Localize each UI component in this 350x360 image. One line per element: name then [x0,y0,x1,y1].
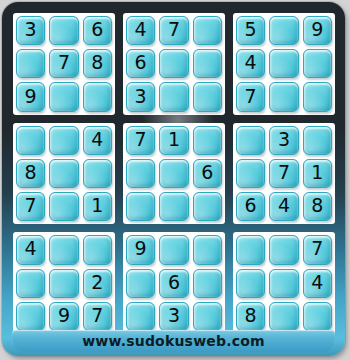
given-digit: 4 [91,130,103,151]
given-digit: 5 [245,20,257,41]
cell-r4c4[interactable]: 7 [126,126,155,155]
cell-r2c5[interactable] [159,49,188,78]
given-digit: 3 [168,306,180,327]
given-digit: 7 [168,20,180,41]
cell-r5c6[interactable]: 6 [193,159,222,188]
box-7: 4297 [13,232,115,334]
cell-r8c1[interactable] [16,269,45,298]
cell-r5c2[interactable] [49,159,78,188]
given-digit: 9 [58,306,70,327]
cell-r5c3[interactable] [83,159,112,188]
cell-r4c7[interactable] [236,126,265,155]
given-digit: 9 [311,20,323,41]
cell-r6c1[interactable]: 7 [16,192,45,221]
cell-r9c7[interactable]: 8 [236,302,265,331]
cell-r1c7[interactable]: 5 [236,16,265,45]
cell-r2c8[interactable] [269,49,298,78]
cell-r2c6[interactable] [193,49,222,78]
given-digit: 3 [25,20,37,41]
given-digit: 4 [278,196,290,217]
given-digit: 6 [135,53,147,74]
cell-r8c8[interactable] [269,269,298,298]
cell-r6c3[interactable]: 1 [83,192,112,221]
cell-r3c8[interactable] [269,82,298,111]
cell-r6c9[interactable]: 8 [303,192,332,221]
cell-r3c7[interactable]: 7 [236,82,265,111]
given-digit: 4 [311,273,323,294]
cell-r9c6[interactable] [193,302,222,331]
cell-r1c8[interactable] [269,16,298,45]
cell-r9c5[interactable]: 3 [159,302,188,331]
given-digit: 6 [201,163,213,184]
cell-r1c9[interactable]: 9 [303,16,332,45]
cell-r8c4[interactable] [126,269,155,298]
given-digit: 8 [311,196,323,217]
cell-r6c4[interactable] [126,192,155,221]
cell-r4c2[interactable] [49,126,78,155]
cell-r2c7[interactable]: 4 [236,49,265,78]
given-digit: 4 [245,53,257,74]
cell-r4c3[interactable]: 4 [83,126,112,155]
cell-r9c1[interactable] [16,302,45,331]
cell-r7c2[interactable] [49,235,78,264]
box-3: 5947 [233,13,335,115]
given-digit: 1 [91,196,103,217]
cell-r7c1[interactable]: 4 [16,235,45,264]
cell-r9c3[interactable]: 7 [83,302,112,331]
given-digit: 9 [135,239,147,260]
cell-r4c5[interactable]: 1 [159,126,188,155]
cell-r2c4[interactable]: 6 [126,49,155,78]
cell-r4c6[interactable] [193,126,222,155]
sudoku-board: 367894763594748717163716484297963748 www… [2,2,345,356]
given-digit: 9 [25,87,37,108]
sudoku-grid: 367894763594748717163716484297963748 [13,13,335,334]
given-digit: 8 [91,53,103,74]
box-5: 716 [123,123,225,225]
given-digit: 7 [311,239,323,260]
cell-r1c3[interactable]: 6 [83,16,112,45]
given-digit: 3 [135,87,147,108]
website-url: www.sudokusweb.com [82,333,265,349]
box-1: 36789 [13,13,115,115]
cell-r6c8[interactable]: 4 [269,192,298,221]
cell-r3c4[interactable]: 3 [126,82,155,111]
cell-r3c1[interactable]: 9 [16,82,45,111]
box-6: 371648 [233,123,335,225]
cell-r6c6[interactable] [193,192,222,221]
given-digit: 7 [245,87,257,108]
cell-r4c8[interactable]: 3 [269,126,298,155]
cell-r8c6[interactable] [193,269,222,298]
cell-r1c6[interactable] [193,16,222,45]
cell-r1c4[interactable]: 4 [126,16,155,45]
cell-r2c1[interactable] [16,49,45,78]
cell-r9c8[interactable] [269,302,298,331]
box-2: 4763 [123,13,225,115]
given-digit: 4 [25,239,37,260]
cell-r8c7[interactable] [236,269,265,298]
cell-r5c5[interactable] [159,159,188,188]
cell-r6c7[interactable]: 6 [236,192,265,221]
box-8: 963 [123,232,225,334]
cell-r6c5[interactable] [159,192,188,221]
given-digit: 1 [311,163,323,184]
given-digit: 8 [25,163,37,184]
cell-r4c1[interactable] [16,126,45,155]
given-digit: 1 [168,130,180,151]
box-4: 4871 [13,123,115,225]
cell-r3c5[interactable] [159,82,188,111]
cell-r6c2[interactable] [49,192,78,221]
cell-r8c2[interactable] [49,269,78,298]
given-digit: 3 [278,130,290,151]
cell-r7c7[interactable] [236,235,265,264]
given-digit: 7 [58,53,70,74]
given-digit: 6 [91,20,103,41]
cell-r2c2[interactable]: 7 [49,49,78,78]
cell-r7c5[interactable] [159,235,188,264]
sudoku-app: 367894763594748717163716484297963748 www… [0,0,350,360]
given-digit: 8 [245,306,257,327]
cell-r9c2[interactable]: 9 [49,302,78,331]
cell-r5c1[interactable]: 8 [16,159,45,188]
cell-r2c3[interactable]: 8 [83,49,112,78]
cell-r8c9[interactable]: 4 [303,269,332,298]
cell-r5c8[interactable]: 7 [269,159,298,188]
cell-r9c4[interactable] [126,302,155,331]
given-digit: 7 [278,163,290,184]
cell-r3c2[interactable] [49,82,78,111]
cell-r7c3[interactable] [83,235,112,264]
cell-r2c9[interactable] [303,49,332,78]
cell-r4c9[interactable] [303,126,332,155]
cell-r9c9[interactable] [303,302,332,331]
given-digit: 7 [91,306,103,327]
cell-r7c6[interactable] [193,235,222,264]
given-digit: 6 [245,196,257,217]
given-digit: 4 [135,20,147,41]
given-digit: 7 [25,196,37,217]
cell-r3c3[interactable] [83,82,112,111]
cell-r8c5[interactable]: 6 [159,269,188,298]
cell-r5c4[interactable] [126,159,155,188]
cell-r8c3[interactable]: 2 [83,269,112,298]
cell-r7c4[interactable]: 9 [126,235,155,264]
given-digit: 6 [168,273,180,294]
given-digit: 7 [135,130,147,151]
cell-r1c5[interactable]: 7 [159,16,188,45]
cell-r7c9[interactable]: 7 [303,235,332,264]
footer-strip: www.sudokusweb.com [12,330,335,352]
given-digit: 2 [91,273,103,294]
cell-r7c8[interactable] [269,235,298,264]
cell-r5c7[interactable] [236,159,265,188]
cell-r1c1[interactable]: 3 [16,16,45,45]
cell-r3c6[interactable] [193,82,222,111]
box-9: 748 [233,232,335,334]
cell-r5c9[interactable]: 1 [303,159,332,188]
cell-r3c9[interactable] [303,82,332,111]
cell-r1c2[interactable] [49,16,78,45]
